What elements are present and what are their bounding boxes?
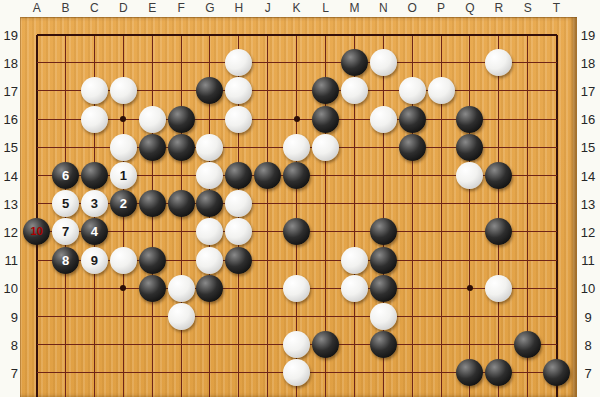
stone-white-P17 (428, 77, 455, 104)
stone-black-F15 (168, 134, 195, 161)
column-label-G: G (201, 1, 219, 15)
column-label-Q: Q (461, 1, 479, 15)
stone-black-E10 (139, 275, 166, 302)
stone-black-E13 (139, 190, 166, 217)
stone-black-E15 (139, 134, 166, 161)
row-label-right-13: 13 (579, 197, 597, 212)
column-label-A: A (28, 1, 46, 15)
column-label-B: B (57, 1, 75, 15)
stone-move-number: 1 (120, 169, 127, 182)
stone-move-number: 10 (31, 226, 43, 237)
row-label-right-11: 11 (579, 253, 597, 268)
stone-black-K14 (283, 162, 310, 189)
stone-black-E11 (139, 247, 166, 274)
column-label-H: H (230, 1, 248, 15)
row-label-left-12: 12 (0, 225, 18, 240)
stone-black-C14 (81, 162, 108, 189)
column-label-M: M (345, 1, 363, 15)
column-label-T: T (548, 1, 566, 15)
stone-black-B11: 8 (52, 247, 79, 274)
column-label-N: N (374, 1, 392, 15)
stone-black-L8 (312, 331, 339, 358)
stone-black-F16 (168, 106, 195, 133)
column-label-E: E (143, 1, 161, 15)
row-label-left-15: 15 (0, 140, 18, 155)
grid-line-col-R (498, 35, 499, 397)
stone-black-Q16 (456, 106, 483, 133)
stone-black-F13 (168, 190, 195, 217)
row-label-left-18: 18 (0, 56, 18, 71)
row-label-right-15: 15 (579, 140, 597, 155)
stone-white-D15 (110, 134, 137, 161)
column-label-O: O (403, 1, 421, 15)
column-label-J: J (259, 1, 277, 15)
grid-line-col-A (36, 35, 38, 397)
grid-line-row-18 (37, 62, 557, 63)
grid-line-row-9 (37, 316, 557, 317)
row-label-left-17: 17 (0, 84, 18, 99)
stone-black-N11 (370, 247, 397, 274)
stone-move-number: 6 (62, 169, 69, 182)
stone-white-N9 (370, 303, 397, 330)
column-label-P: P (432, 1, 450, 15)
stone-move-number: 5 (62, 197, 69, 210)
row-label-left-11: 11 (0, 253, 18, 268)
stone-white-H16 (225, 106, 252, 133)
row-label-right-8: 8 (579, 338, 597, 353)
stone-black-O16 (399, 106, 426, 133)
stone-move-number: 8 (62, 254, 69, 267)
grid-line-col-T (556, 35, 558, 397)
stone-white-K15 (283, 134, 310, 161)
stone-white-C16 (81, 106, 108, 133)
stone-black-M18 (341, 49, 368, 76)
stone-move-number: 3 (91, 197, 98, 210)
column-label-D: D (114, 1, 132, 15)
row-label-left-9: 9 (0, 310, 18, 325)
stone-black-H11 (225, 247, 252, 274)
stone-white-G11 (196, 247, 223, 274)
stone-white-K10 (283, 275, 310, 302)
row-label-right-18: 18 (579, 56, 597, 71)
stone-white-L15 (312, 134, 339, 161)
row-label-left-16: 16 (0, 112, 18, 127)
row-label-right-10: 10 (579, 281, 597, 296)
grid-line-row-19 (37, 34, 557, 36)
row-label-left-10: 10 (0, 281, 18, 296)
row-label-left-19: 19 (0, 28, 18, 43)
stone-black-D13: 2 (110, 190, 137, 217)
stone-black-N8 (370, 331, 397, 358)
row-label-right-17: 17 (579, 84, 597, 99)
grid-line-col-Q (469, 35, 470, 397)
stone-white-N16 (370, 106, 397, 133)
row-label-right-16: 16 (579, 112, 597, 127)
stone-white-R10 (485, 275, 512, 302)
stone-black-N12 (370, 218, 397, 245)
column-label-F: F (172, 1, 190, 15)
stone-white-O17 (399, 77, 426, 104)
row-label-left-8: 8 (0, 338, 18, 353)
grid-line-col-J (267, 35, 268, 397)
stone-white-D11 (110, 247, 137, 274)
stone-black-O15 (399, 134, 426, 161)
stone-white-N18 (370, 49, 397, 76)
stone-white-C13: 3 (81, 190, 108, 217)
stone-move-number: 9 (91, 254, 98, 267)
stone-white-M10 (341, 275, 368, 302)
stone-white-F10 (168, 275, 195, 302)
column-label-L: L (317, 1, 335, 15)
stone-black-B14: 6 (52, 162, 79, 189)
row-label-right-7: 7 (579, 366, 597, 381)
row-label-left-7: 7 (0, 366, 18, 381)
row-label-right-9: 9 (579, 310, 597, 325)
stone-move-number: 4 (91, 225, 98, 238)
row-label-left-13: 13 (0, 197, 18, 212)
stone-white-M11 (341, 247, 368, 274)
stone-black-L16 (312, 106, 339, 133)
row-label-right-19: 19 (579, 28, 597, 43)
column-label-C: C (85, 1, 103, 15)
stone-white-E16 (139, 106, 166, 133)
stone-move-number: 7 (62, 225, 69, 238)
column-label-S: S (519, 1, 537, 15)
go-board-screenshot: ABCDEFGHJKLMNOPQRST191918181717161615151… (0, 0, 600, 397)
row-label-right-12: 12 (579, 225, 597, 240)
row-label-left-14: 14 (0, 169, 18, 184)
stone-white-D14: 1 (110, 162, 137, 189)
stone-white-F9 (168, 303, 195, 330)
stone-white-C11: 9 (81, 247, 108, 274)
star-point-K16 (294, 116, 300, 122)
row-label-right-14: 14 (579, 169, 597, 184)
column-label-K: K (288, 1, 306, 15)
stone-black-Q15 (456, 134, 483, 161)
stone-move-number: 2 (120, 197, 127, 210)
stone-black-N10 (370, 275, 397, 302)
column-label-R: R (490, 1, 508, 15)
